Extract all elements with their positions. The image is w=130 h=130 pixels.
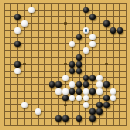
white-stone	[96, 75, 103, 82]
white-stone	[110, 88, 117, 95]
black-stone	[89, 75, 96, 82]
last-move-marker	[85, 29, 88, 32]
go-board[interactable]	[0, 0, 130, 130]
white-stone	[69, 41, 76, 48]
black-stone	[83, 75, 90, 82]
star-point	[64, 104, 66, 106]
white-stone	[83, 88, 90, 95]
black-stone	[110, 27, 117, 34]
white-stone	[83, 95, 90, 102]
white-stone	[110, 95, 117, 102]
black-stone	[14, 14, 21, 21]
black-stone	[83, 81, 90, 88]
white-stone	[96, 81, 103, 88]
black-stone	[55, 81, 62, 88]
black-stone	[76, 88, 83, 95]
grid-line-horizontal	[4, 111, 128, 112]
white-stone	[62, 75, 69, 82]
white-stone	[96, 88, 103, 95]
black-stone	[96, 102, 103, 109]
black-stone	[89, 88, 96, 95]
black-stone	[55, 115, 62, 122]
black-stone	[76, 81, 83, 88]
white-stone	[21, 20, 28, 27]
white-stone	[89, 41, 96, 48]
grid-line-vertical	[126, 3, 127, 126]
black-stone	[69, 68, 76, 75]
black-stone	[76, 115, 83, 122]
black-stone	[62, 95, 69, 102]
white-stone	[76, 95, 83, 102]
black-stone	[76, 34, 83, 41]
black-stone	[117, 27, 124, 34]
white-stone	[21, 102, 28, 109]
white-stone	[14, 27, 21, 34]
white-stone	[89, 34, 96, 41]
white-stone	[35, 108, 42, 115]
star-point	[64, 22, 66, 24]
black-stone	[62, 115, 69, 122]
black-stone	[89, 108, 96, 115]
black-stone	[96, 108, 103, 115]
black-stone	[69, 61, 76, 68]
grid-line-vertical	[92, 3, 93, 126]
grid-line-horizontal	[4, 71, 128, 72]
black-stone	[103, 20, 110, 27]
white-stone	[28, 7, 35, 14]
white-stone	[83, 47, 90, 54]
black-stone	[49, 81, 56, 88]
black-stone	[103, 95, 110, 102]
grid-line-horizontal	[4, 125, 128, 126]
black-stone	[76, 54, 83, 61]
black-stone	[76, 61, 83, 68]
white-stone	[69, 81, 76, 88]
black-stone	[14, 41, 21, 48]
black-stone	[89, 14, 96, 21]
white-stone	[62, 88, 69, 95]
white-stone	[14, 68, 21, 75]
grid-line-vertical	[113, 3, 114, 126]
black-stone	[76, 68, 83, 75]
black-stone	[89, 115, 96, 122]
black-stone	[69, 88, 76, 95]
white-stone	[69, 95, 76, 102]
white-stone	[55, 88, 62, 95]
white-stone	[83, 102, 90, 109]
black-stone	[83, 7, 90, 14]
black-stone	[103, 102, 110, 109]
grid-line-vertical	[119, 3, 120, 126]
black-stone	[103, 81, 110, 88]
black-stone	[14, 61, 21, 68]
